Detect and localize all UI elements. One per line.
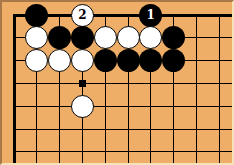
grid-hline: [14, 83, 232, 84]
white-stone: [25, 49, 48, 72]
black-stone: [117, 49, 140, 72]
go-board: 21: [0, 0, 234, 165]
black-stone: [162, 49, 185, 72]
move-number-label: 1: [147, 9, 155, 21]
white-stone: [71, 95, 94, 118]
white-stone: [117, 26, 140, 49]
white-stone: [25, 26, 48, 49]
grid-hline: [14, 151, 232, 152]
black-stone: [94, 49, 117, 72]
grid-hline: [14, 106, 232, 107]
black-stone: [71, 26, 94, 49]
black-stone: [162, 26, 185, 49]
grid-hline: [14, 129, 232, 130]
black-stone: [139, 49, 162, 72]
black-stone-move-1: 1: [139, 4, 162, 27]
black-stone: [25, 4, 48, 27]
white-stone: [139, 26, 162, 49]
white-stone: [94, 26, 117, 49]
square-marker: [79, 80, 86, 87]
move-number-label: 2: [78, 9, 86, 21]
black-stone: [48, 26, 71, 49]
white-stone: [71, 49, 94, 72]
white-stone: [48, 49, 71, 72]
board-left-edge: [13, 14, 16, 164]
white-stone-move-2: 2: [71, 4, 94, 27]
